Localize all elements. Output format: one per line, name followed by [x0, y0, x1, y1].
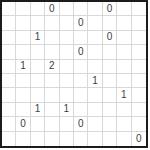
cell-r7c5[interactable]	[60, 88, 74, 102]
cell-r4c1[interactable]	[2, 45, 16, 59]
cell-r9c5[interactable]	[60, 117, 74, 131]
cell-r7c2[interactable]	[16, 88, 30, 102]
cell-r9c1[interactable]	[2, 117, 16, 131]
cell-r1c6[interactable]	[74, 2, 88, 16]
cell-r2c7[interactable]	[88, 16, 102, 30]
cell-r10c4[interactable]	[45, 132, 59, 146]
cell-r10c3[interactable]	[31, 132, 45, 146]
cell-r4c3[interactable]	[31, 45, 45, 59]
cell-r2c9[interactable]	[117, 16, 131, 30]
cell-r4c7[interactable]	[88, 45, 102, 59]
cell-r3c1[interactable]	[2, 31, 16, 45]
cell-r9c10[interactable]	[132, 117, 146, 131]
clue-cell-r5c2: 1	[16, 60, 30, 74]
cell-r8c6[interactable]	[74, 103, 88, 117]
cell-r6c5[interactable]	[60, 74, 74, 88]
clue-cell-r3c3: 1	[31, 31, 45, 45]
clue-cell-r8c5: 1	[60, 103, 74, 117]
cell-r4c5[interactable]	[60, 45, 74, 59]
cell-r4c9[interactable]	[117, 45, 131, 59]
cell-r7c4[interactable]	[45, 88, 59, 102]
cell-r2c8[interactable]	[103, 16, 117, 30]
cell-r1c7[interactable]	[88, 2, 102, 16]
cell-r1c2[interactable]	[16, 2, 30, 16]
cell-r2c10[interactable]	[132, 16, 146, 30]
clue-cell-r7c9: 1	[117, 88, 131, 102]
cell-r3c5[interactable]	[60, 31, 74, 45]
cell-r10c2[interactable]	[16, 132, 30, 146]
cell-r3c9[interactable]	[117, 31, 131, 45]
cell-r7c3[interactable]	[31, 88, 45, 102]
cell-r3c6[interactable]	[74, 31, 88, 45]
cell-r1c9[interactable]	[117, 2, 131, 16]
cell-r4c10[interactable]	[132, 45, 146, 59]
cell-r2c1[interactable]	[2, 16, 16, 30]
cell-r10c7[interactable]	[88, 132, 102, 146]
cell-r7c7[interactable]	[88, 88, 102, 102]
cell-r8c4[interactable]	[45, 103, 59, 117]
cell-r9c4[interactable]	[45, 117, 59, 131]
cell-r5c9[interactable]	[117, 60, 131, 74]
puzzle-page: 000100121111000	[0, 0, 150, 150]
cell-r5c6[interactable]	[74, 60, 88, 74]
clue-cell-r10c10: 0	[132, 132, 146, 146]
cell-r9c8[interactable]	[103, 117, 117, 131]
cell-r6c3[interactable]	[31, 74, 45, 88]
cell-r8c2[interactable]	[16, 103, 30, 117]
cell-r1c10[interactable]	[132, 2, 146, 16]
cell-r1c3[interactable]	[31, 2, 45, 16]
cell-r2c3[interactable]	[31, 16, 45, 30]
cell-r6c9[interactable]	[117, 74, 131, 88]
cell-r7c10[interactable]	[132, 88, 146, 102]
cell-r5c1[interactable]	[2, 60, 16, 74]
cell-r9c3[interactable]	[31, 117, 45, 131]
clue-cell-r3c8: 0	[103, 31, 117, 45]
cell-r7c8[interactable]	[103, 88, 117, 102]
cell-r8c7[interactable]	[88, 103, 102, 117]
cell-r6c8[interactable]	[103, 74, 117, 88]
cell-r7c1[interactable]	[2, 88, 16, 102]
clue-cell-r6c7: 1	[88, 74, 102, 88]
clue-cell-r2c6: 0	[74, 16, 88, 30]
cell-r8c9[interactable]	[117, 103, 131, 117]
cell-r10c6[interactable]	[74, 132, 88, 146]
cell-r10c5[interactable]	[60, 132, 74, 146]
cell-r5c8[interactable]	[103, 60, 117, 74]
cell-r5c5[interactable]	[60, 60, 74, 74]
cell-r6c2[interactable]	[16, 74, 30, 88]
cell-r3c4[interactable]	[45, 31, 59, 45]
cell-r3c2[interactable]	[16, 31, 30, 45]
clue-cell-r4c6: 0	[74, 45, 88, 59]
cell-r9c9[interactable]	[117, 117, 131, 131]
cell-r7c6[interactable]	[74, 88, 88, 102]
cell-r10c9[interactable]	[117, 132, 131, 146]
cell-r3c7[interactable]	[88, 31, 102, 45]
cell-r4c2[interactable]	[16, 45, 30, 59]
cell-r1c5[interactable]	[60, 2, 74, 16]
clue-cell-r9c6: 0	[74, 117, 88, 131]
cell-r1c1[interactable]	[2, 2, 16, 16]
clue-cell-r1c4: 0	[45, 2, 59, 16]
cell-r9c7[interactable]	[88, 117, 102, 131]
cell-r6c10[interactable]	[132, 74, 146, 88]
cell-r8c1[interactable]	[2, 103, 16, 117]
cell-r10c8[interactable]	[103, 132, 117, 146]
cell-r2c4[interactable]	[45, 16, 59, 30]
cell-r8c10[interactable]	[132, 103, 146, 117]
cell-r2c2[interactable]	[16, 16, 30, 30]
clue-cell-r9c2: 0	[16, 117, 30, 131]
cell-r6c6[interactable]	[74, 74, 88, 88]
cell-r6c1[interactable]	[2, 74, 16, 88]
cell-r3c10[interactable]	[132, 31, 146, 45]
cell-r8c8[interactable]	[103, 103, 117, 117]
clue-cell-r5c4: 2	[45, 60, 59, 74]
cell-r2c5[interactable]	[60, 16, 74, 30]
cell-r4c8[interactable]	[103, 45, 117, 59]
clue-cell-r1c8: 0	[103, 2, 117, 16]
cell-r5c7[interactable]	[88, 60, 102, 74]
cell-r5c10[interactable]	[132, 60, 146, 74]
cell-r5c3[interactable]	[31, 60, 45, 74]
puzzle-board: 000100121111000	[0, 0, 148, 148]
cell-r10c1[interactable]	[2, 132, 16, 146]
cell-r4c4[interactable]	[45, 45, 59, 59]
clue-cell-r8c3: 1	[31, 103, 45, 117]
cell-r6c4[interactable]	[45, 74, 59, 88]
